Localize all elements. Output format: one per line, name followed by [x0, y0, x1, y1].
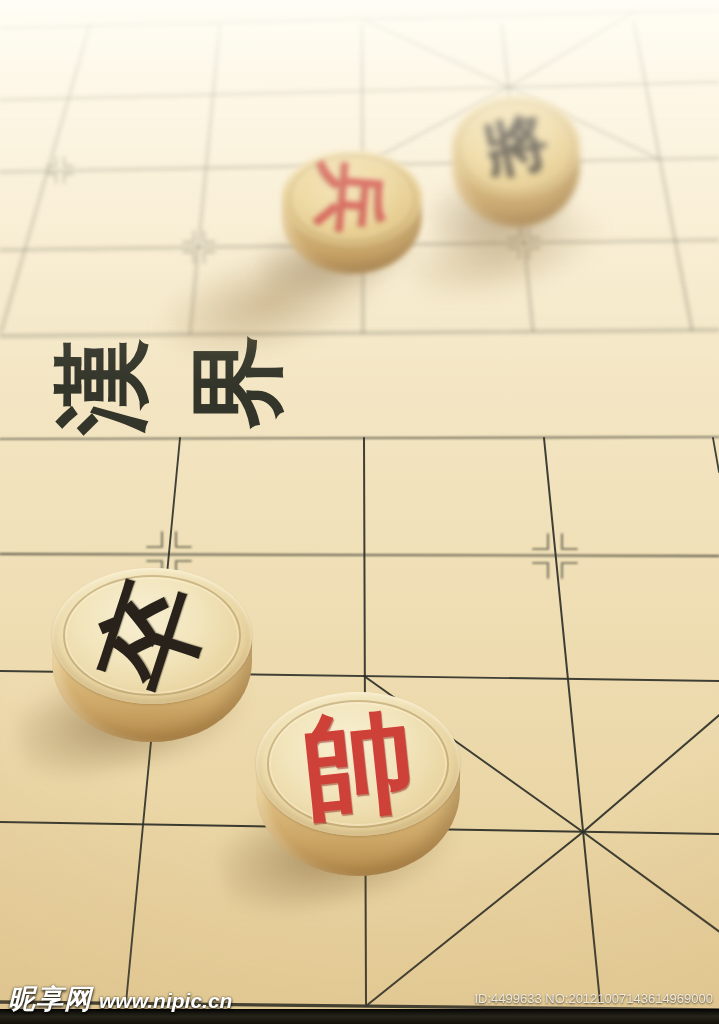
xiangqi-board-photo: 漢 界 將 兵 卒 帥	[0, 0, 719, 1024]
piece-black-general[interactable]: 將	[452, 95, 580, 227]
piece-face: 卒	[52, 568, 252, 704]
piece-black-soldier[interactable]: 卒	[52, 568, 252, 742]
piece-red-general[interactable]: 帥	[256, 692, 460, 876]
piece-label: 兵	[313, 159, 391, 237]
piece-red-soldier[interactable]: 兵	[282, 150, 422, 274]
watermark-site-name: 昵享网	[8, 981, 92, 1017]
watermark-left: 昵享网 www.nipic.cn	[8, 981, 232, 1017]
piece-face: 帥	[256, 692, 460, 836]
watermark-id: ID:4499633 NO:20121007143614969000	[474, 991, 713, 1006]
piece-label: 將	[479, 110, 553, 184]
piece-label: 帥	[296, 702, 419, 825]
river-band	[0, 437, 719, 578]
watermark-site-url: www.nipic.cn	[99, 989, 232, 1013]
piece-face: 兵	[282, 150, 422, 247]
river-text-han: 漢	[53, 338, 150, 435]
piece-face: 將	[452, 95, 580, 198]
